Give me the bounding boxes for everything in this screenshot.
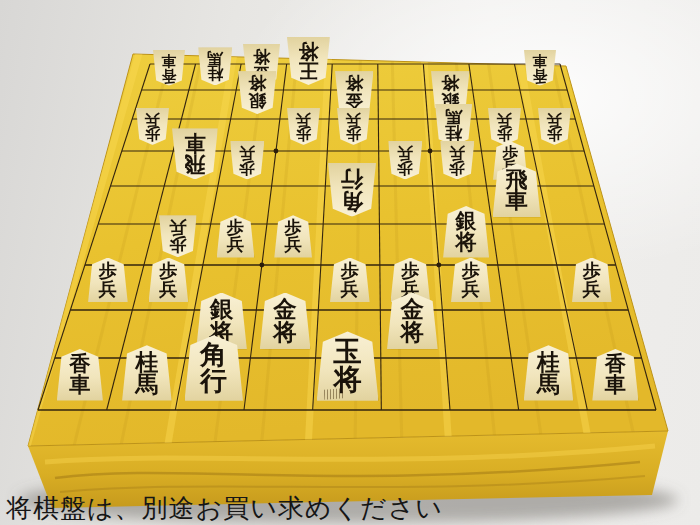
piece-kanji: 歩	[99, 262, 117, 280]
piece-sente-fuhyo[interactable]: 歩兵	[330, 258, 370, 302]
piece-gote-keima[interactable]: 桂馬	[435, 104, 472, 146]
piece-kanji: 将	[442, 75, 460, 92]
piece-gote-fuhyo[interactable]: 歩兵	[440, 141, 474, 180]
piece-kanji: 将	[401, 321, 424, 344]
piece-kanji: 兵	[296, 112, 311, 127]
piece-kanji: 歩	[159, 262, 177, 280]
piece-kanji: 将	[273, 321, 296, 344]
piece-kanji: 兵	[583, 280, 601, 298]
piece-kanji: 車	[184, 133, 205, 154]
piece-sente-fuhyo[interactable]: 歩兵	[149, 258, 189, 302]
piece-kanji: 将	[345, 75, 363, 92]
piece-kanji: 桂	[135, 351, 158, 373]
piece-kanji: 馬	[537, 373, 560, 395]
piece-gote-fuhyo[interactable]: 歩兵	[287, 108, 320, 145]
piece-sente-keima[interactable]: 桂馬	[524, 345, 574, 400]
piece-sente-hisha[interactable]: 飛車	[493, 163, 541, 217]
piece-sente-kakugyo[interactable]: 角行	[185, 335, 244, 401]
piece-kanji: 歩	[462, 262, 480, 280]
piece-kanji: 桂	[445, 124, 462, 141]
piece-kanji: 車	[162, 53, 177, 67]
piece-kanji: 車	[506, 190, 528, 212]
piece-kanji: 兵	[397, 145, 413, 160]
piece-kanji: 馬	[445, 108, 462, 125]
piece-kanji: 馬	[208, 51, 224, 66]
hoshi-point	[274, 149, 279, 154]
piece-gote-fuhyo[interactable]: 歩兵	[337, 108, 370, 145]
piece-gote-fuhyo[interactable]: 歩兵	[488, 108, 521, 145]
piece-kanji: 将	[253, 48, 270, 65]
piece-kanji: 兵	[227, 236, 244, 253]
piece-gote-kakugyo[interactable]: 角行	[328, 163, 376, 217]
piece-kanji: 歩	[145, 127, 160, 142]
piece-kanji: 車	[533, 53, 548, 67]
piece-kanji: 金	[345, 92, 363, 109]
piece-kanji: 歩	[240, 160, 256, 175]
piece-kanji: 桂	[537, 351, 560, 373]
piece-kanji: 歩	[346, 127, 361, 142]
piece-kanji: 兵	[284, 236, 301, 253]
piece-kanji: 兵	[341, 280, 359, 298]
maker-signature-mark	[324, 388, 343, 399]
piece-kanji: 兵	[159, 280, 177, 298]
piece-gote-kyosha[interactable]: 香車	[524, 50, 556, 86]
piece-sente-keima[interactable]: 桂馬	[122, 345, 172, 400]
piece-sente-kyosha[interactable]: 香車	[57, 349, 103, 401]
piece-kanji: 歩	[497, 127, 512, 142]
piece-gote-keima[interactable]: 桂馬	[198, 47, 232, 85]
piece-gote-hisha[interactable]: 飛車	[172, 128, 218, 179]
piece-kanji: 兵	[462, 280, 480, 298]
piece-gote-ginsho[interactable]: 銀将	[238, 71, 277, 114]
piece-kanji: 歩	[583, 262, 601, 280]
piece-gote-fuhyo[interactable]: 歩兵	[538, 108, 571, 145]
piece-kanji: 王	[298, 61, 318, 80]
piece-kanji: 将	[249, 75, 267, 92]
piece-sente-gyokusho[interactable]: 玉将	[317, 331, 379, 400]
piece-kanji: 兵	[547, 112, 562, 127]
piece-kanji: 歩	[341, 262, 359, 280]
piece-gote-kinsho[interactable]: 金将	[335, 71, 374, 114]
piece-sente-ginsho[interactable]: 銀将	[443, 206, 489, 258]
piece-gote-fuhyo[interactable]: 歩兵	[230, 141, 264, 180]
piece-kanji: 飛	[184, 154, 205, 175]
hoshi-point	[428, 149, 433, 154]
piece-gote-fuhyo[interactable]: 歩兵	[159, 215, 197, 257]
hoshi-point	[259, 263, 264, 268]
piece-sente-fuhyo[interactable]: 歩兵	[451, 258, 491, 302]
piece-kanji: 銀	[249, 92, 267, 109]
piece-kanji: 歩	[169, 236, 186, 253]
piece-gote-kyosha[interactable]: 香車	[153, 50, 185, 86]
piece-gote-fuhyo[interactable]: 歩兵	[388, 141, 422, 180]
piece-gote-osho[interactable]: 王将	[287, 37, 330, 85]
piece-kanji: 車	[605, 375, 626, 396]
piece-sente-kinsho[interactable]: 金将	[387, 293, 438, 350]
hoshi-point	[436, 263, 441, 268]
piece-sente-fuhyo[interactable]: 歩兵	[217, 215, 255, 257]
piece-kanji: 車	[69, 375, 90, 396]
product-photo: 香車桂馬金将王将香車銀将金将銀将歩兵歩兵歩兵桂馬歩兵歩兵飛車歩兵歩兵歩兵歩兵角行…	[0, 0, 700, 525]
piece-kanji: 兵	[240, 145, 256, 160]
piece-kanji: 角	[341, 190, 363, 212]
piece-kanji: 兵	[145, 112, 160, 127]
piece-gote-fuhyo[interactable]: 歩兵	[136, 108, 169, 145]
piece-kanji: 兵	[450, 145, 466, 160]
piece-kanji: 歩	[296, 127, 311, 142]
piece-kanji: 歩	[450, 160, 466, 175]
piece-sente-fuhyo[interactable]: 歩兵	[274, 215, 312, 257]
piece-kanji: 将	[456, 232, 477, 253]
piece-kanji: 歩	[397, 160, 413, 175]
piece-sente-kyosha[interactable]: 香車	[592, 349, 638, 401]
piece-kanji: 歩	[547, 127, 562, 142]
caption-text: 将棋盤は、別途お買い求めください	[6, 491, 443, 525]
piece-kanji: 兵	[346, 112, 361, 127]
piece-kanji: 桂	[208, 66, 224, 81]
piece-kanji: 将	[298, 42, 318, 61]
piece-kanji: 角	[200, 342, 227, 368]
piece-sente-fuhyo[interactable]: 歩兵	[572, 258, 612, 302]
piece-kanji: 兵	[99, 280, 117, 298]
piece-kanji: 兵	[497, 112, 512, 127]
piece-kanji: 行	[341, 169, 363, 191]
piece-kanji: 馬	[135, 373, 158, 395]
piece-sente-kinsho[interactable]: 金将	[260, 293, 311, 350]
piece-sente-fuhyo[interactable]: 歩兵	[88, 258, 128, 302]
piece-kanji: 歩	[401, 262, 419, 280]
piece-kanji: 行	[200, 368, 227, 394]
piece-kanji: 兵	[169, 219, 186, 236]
